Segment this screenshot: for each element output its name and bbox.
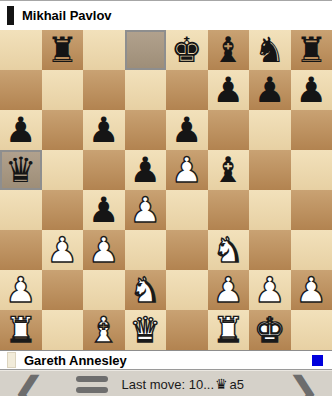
bottom-player-name: Gareth Annesley	[24, 353, 127, 368]
piece-white-knight: ♞	[130, 270, 161, 310]
square-d5[interactable]: ♟	[125, 150, 167, 190]
piece-white-bishop: ♝	[88, 310, 119, 350]
square-g1[interactable]: ♚	[249, 310, 291, 350]
square-b4[interactable]	[42, 190, 84, 230]
top-player-name: Mikhail Pavlov	[22, 8, 112, 23]
piece-black-pawn: ♟	[88, 190, 119, 230]
square-e1[interactable]	[166, 310, 208, 350]
square-g2[interactable]: ♟	[249, 270, 291, 310]
square-g6[interactable]	[249, 110, 291, 150]
piece-white-pawn: ♟	[213, 270, 244, 310]
square-h8[interactable]: ♜	[291, 30, 332, 70]
square-d1[interactable]: ♛	[125, 310, 167, 350]
queen-piece-icon: ♛	[215, 376, 228, 392]
piece-black-pawn: ♟	[5, 110, 36, 150]
square-a3[interactable]	[0, 230, 42, 270]
chess-app-window: Mikhail Pavlov ♜♚♝♞♜♟♟♟♟♟♟♛♟♟♝♟♟♟♟♞♟♞♟♟♟…	[0, 0, 332, 396]
square-a5[interactable]: ♛	[0, 150, 42, 190]
square-b7[interactable]	[42, 70, 84, 110]
menu-icon[interactable]	[76, 376, 108, 396]
piece-black-rook: ♜	[296, 30, 327, 70]
piece-white-pawn: ♟	[88, 230, 119, 270]
square-h3[interactable]	[291, 230, 332, 270]
black-color-chip-icon	[7, 6, 14, 25]
square-c2[interactable]	[83, 270, 125, 310]
square-c3[interactable]: ♟	[83, 230, 125, 270]
square-e2[interactable]	[166, 270, 208, 310]
back-chevron-icon[interactable]: ❮	[12, 369, 46, 396]
square-g5[interactable]	[249, 150, 291, 190]
square-e8[interactable]: ♚	[166, 30, 208, 70]
piece-black-pawn: ♟	[254, 70, 285, 110]
piece-black-rook: ♜	[47, 30, 78, 70]
square-h4[interactable]	[291, 190, 332, 230]
piece-white-queen: ♛	[130, 310, 161, 350]
last-move-prefix: Last move: 10...	[122, 377, 215, 392]
piece-black-pawn: ♟	[88, 110, 119, 150]
square-e4[interactable]	[166, 190, 208, 230]
square-b5[interactable]	[42, 150, 84, 190]
square-b6[interactable]	[42, 110, 84, 150]
square-a7[interactable]	[0, 70, 42, 110]
square-d6[interactable]	[125, 110, 167, 150]
square-f8[interactable]: ♝	[208, 30, 250, 70]
white-color-chip-icon	[7, 352, 16, 368]
square-c8[interactable]	[83, 30, 125, 70]
piece-black-queen: ♛	[5, 150, 36, 190]
piece-white-pawn: ♟	[130, 190, 161, 230]
piece-white-pawn: ♟	[5, 270, 36, 310]
square-b1[interactable]	[42, 310, 84, 350]
move-navigation-bar: ❮ Last move: 10... ♛ a5 ❯	[0, 369, 332, 396]
bottom-player-bar: Gareth Annesley	[0, 350, 332, 369]
square-a4[interactable]	[0, 190, 42, 230]
forward-chevron-icon[interactable]: ❯	[286, 369, 320, 396]
piece-white-rook: ♜	[213, 310, 244, 350]
square-e7[interactable]	[166, 70, 208, 110]
piece-white-knight: ♞	[213, 230, 244, 270]
square-h2[interactable]: ♟	[291, 270, 332, 310]
square-b2[interactable]	[42, 270, 84, 310]
square-b8[interactable]: ♜	[42, 30, 84, 70]
square-c6[interactable]: ♟	[83, 110, 125, 150]
square-f7[interactable]: ♟	[208, 70, 250, 110]
square-h6[interactable]	[291, 110, 332, 150]
piece-black-pawn: ♟	[171, 110, 202, 150]
piece-black-king: ♚	[171, 30, 202, 70]
square-g7[interactable]: ♟	[249, 70, 291, 110]
square-d3[interactable]	[125, 230, 167, 270]
square-f5[interactable]: ♝	[208, 150, 250, 190]
square-c5[interactable]	[83, 150, 125, 190]
chess-board: ♜♚♝♞♜♟♟♟♟♟♟♛♟♟♝♟♟♟♟♞♟♞♟♟♟♜♝♛♜♚	[0, 30, 332, 350]
square-g8[interactable]: ♞	[249, 30, 291, 70]
square-h1[interactable]	[291, 310, 332, 350]
piece-black-pawn: ♟	[130, 150, 161, 190]
piece-white-pawn: ♟	[171, 150, 202, 190]
piece-white-pawn: ♟	[47, 230, 78, 270]
square-h7[interactable]: ♟	[291, 70, 332, 110]
piece-black-knight: ♞	[254, 30, 285, 70]
square-c1[interactable]: ♝	[83, 310, 125, 350]
piece-white-king: ♚	[254, 310, 285, 350]
square-a1[interactable]: ♜	[0, 310, 42, 350]
square-e3[interactable]	[166, 230, 208, 270]
square-g3[interactable]	[249, 230, 291, 270]
square-a2[interactable]: ♟	[0, 270, 42, 310]
square-d7[interactable]	[125, 70, 167, 110]
square-d2[interactable]: ♞	[125, 270, 167, 310]
piece-black-bishop: ♝	[213, 30, 244, 70]
square-c4[interactable]: ♟	[83, 190, 125, 230]
square-f1[interactable]: ♜	[208, 310, 250, 350]
square-a6[interactable]: ♟	[0, 110, 42, 150]
square-f6[interactable]	[208, 110, 250, 150]
square-f4[interactable]	[208, 190, 250, 230]
piece-white-rook: ♜	[5, 310, 36, 350]
square-h5[interactable]	[291, 150, 332, 190]
square-c7[interactable]	[83, 70, 125, 110]
square-e5[interactable]: ♟	[166, 150, 208, 190]
square-f2[interactable]: ♟	[208, 270, 250, 310]
square-b3[interactable]: ♟	[42, 230, 84, 270]
top-player-bar: Mikhail Pavlov	[0, 0, 332, 30]
square-g4[interactable]	[249, 190, 291, 230]
square-d4[interactable]: ♟	[125, 190, 167, 230]
last-move-status: Last move: 10... ♛ a5	[122, 376, 245, 392]
square-d8[interactable]	[125, 30, 167, 70]
piece-black-bishop: ♝	[213, 150, 244, 190]
last-move-square: a5	[230, 377, 244, 392]
piece-white-pawn: ♟	[296, 270, 327, 310]
square-a8[interactable]	[0, 30, 42, 70]
piece-white-pawn: ♟	[254, 270, 285, 310]
turn-indicator-square	[312, 355, 323, 366]
piece-black-pawn: ♟	[213, 70, 244, 110]
piece-black-pawn: ♟	[296, 70, 327, 110]
square-e6[interactable]: ♟	[166, 110, 208, 150]
square-f3[interactable]: ♞	[208, 230, 250, 270]
